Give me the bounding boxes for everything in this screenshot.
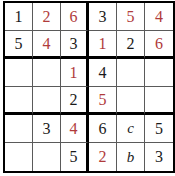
cell-r1c5: 5 bbox=[117, 3, 145, 31]
cell-r1c6: 4 bbox=[145, 3, 173, 31]
cell-r6c1 bbox=[5, 143, 33, 171]
cell-r1c2: 2 bbox=[33, 3, 61, 31]
cell-r6c6: 3 bbox=[145, 143, 173, 171]
sudoku-board: 1 2 6 3 5 4 5 4 3 1 2 6 1 4 2 5 3 4 6 c … bbox=[3, 1, 175, 173]
cell-r4c3: 2 bbox=[61, 87, 89, 115]
cell-r4c1 bbox=[5, 87, 33, 115]
cell-r4c4: 5 bbox=[89, 87, 117, 115]
cell-r5c3: 4 bbox=[61, 115, 89, 143]
cell-r3c6 bbox=[145, 59, 173, 87]
cell-r3c1 bbox=[5, 59, 33, 87]
cell-r3c5 bbox=[117, 59, 145, 87]
cell-r4c6 bbox=[145, 87, 173, 115]
cell-r2c3: 3 bbox=[61, 31, 89, 59]
cell-r1c3: 6 bbox=[61, 3, 89, 31]
cell-r6c4: 2 bbox=[89, 143, 117, 171]
cell-r5c1 bbox=[5, 115, 33, 143]
cell-r3c3: 1 bbox=[61, 59, 89, 87]
cell-r5c4: 6 bbox=[89, 115, 117, 143]
cell-r2c1: 5 bbox=[5, 31, 33, 59]
cell-r3c4: 4 bbox=[89, 59, 117, 87]
cell-r1c1: 1 bbox=[5, 3, 33, 31]
cell-r5c5: c bbox=[117, 115, 145, 143]
cell-r5c2: 3 bbox=[33, 115, 61, 143]
cell-r6c3: 5 bbox=[61, 143, 89, 171]
cell-r2c4: 1 bbox=[89, 31, 117, 59]
cell-r6c5: b bbox=[117, 143, 145, 171]
cell-r5c6: 5 bbox=[145, 115, 173, 143]
cell-r6c2 bbox=[33, 143, 61, 171]
cell-r3c2 bbox=[33, 59, 61, 87]
cell-r2c6: 6 bbox=[145, 31, 173, 59]
cell-r2c5: 2 bbox=[117, 31, 145, 59]
cell-r1c4: 3 bbox=[89, 3, 117, 31]
cell-r2c2: 4 bbox=[33, 31, 61, 59]
cell-r4c2 bbox=[33, 87, 61, 115]
cell-r4c5 bbox=[117, 87, 145, 115]
